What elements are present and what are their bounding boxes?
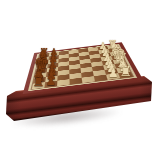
square-a1 [118, 72, 133, 79]
chess-board [23, 7, 137, 121]
board-frame [23, 42, 143, 94]
square-a4 [82, 76, 95, 83]
product-photo: ♜♞♝♛♚♝♞♜♟♟♟♟♟♟♟♟♟♟♟♟♟♟♟♟♜♞♝♛♚♝♞♜ [0, 0, 160, 160]
square-a8 [32, 82, 45, 89]
board-grid [32, 45, 133, 89]
board-top-face [23, 42, 143, 94]
square-a5 [70, 78, 83, 85]
square-a7 [44, 81, 57, 88]
square-a6 [57, 79, 70, 86]
board-border [28, 44, 137, 91]
